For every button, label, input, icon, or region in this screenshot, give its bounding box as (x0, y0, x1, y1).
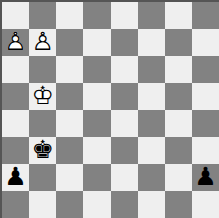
square-f5[interactable] (138, 83, 165, 110)
chess-board-frame: ♟♙♟♙♚♔♚♟♟ (0, 0, 219, 218)
square-d3[interactable] (83, 137, 110, 164)
black-pawn-glyph: ♟ (2, 163, 29, 190)
square-a2[interactable]: ♟ (2, 164, 29, 191)
square-b3[interactable]: ♚ (29, 137, 56, 164)
square-f8[interactable] (138, 2, 165, 29)
square-c1[interactable] (56, 191, 83, 218)
square-c7[interactable] (56, 29, 83, 56)
white-king[interactable]: ♚♔ (29, 83, 56, 110)
square-h2[interactable]: ♟ (192, 164, 219, 191)
square-g4[interactable] (165, 110, 192, 137)
square-c2[interactable] (56, 164, 83, 191)
white-pawn-glyph: ♙ (2, 28, 29, 55)
square-b1[interactable] (29, 191, 56, 218)
square-f6[interactable] (138, 56, 165, 83)
square-e4[interactable] (111, 110, 138, 137)
square-a8[interactable] (2, 2, 29, 29)
black-pawn[interactable]: ♟ (192, 164, 219, 191)
square-b5[interactable]: ♚♔ (29, 83, 56, 110)
square-e7[interactable] (111, 29, 138, 56)
square-c4[interactable] (56, 110, 83, 137)
square-f2[interactable] (138, 164, 165, 191)
square-e6[interactable] (111, 56, 138, 83)
white-pawn-fill: ♟ (29, 28, 56, 55)
square-h6[interactable] (192, 56, 219, 83)
square-d7[interactable] (83, 29, 110, 56)
square-h8[interactable] (192, 2, 219, 29)
square-e2[interactable] (111, 164, 138, 191)
square-d5[interactable] (83, 83, 110, 110)
square-d1[interactable] (83, 191, 110, 218)
square-f3[interactable] (138, 137, 165, 164)
square-b2[interactable] (29, 164, 56, 191)
square-g2[interactable] (165, 164, 192, 191)
square-a5[interactable] (2, 83, 29, 110)
square-g3[interactable] (165, 137, 192, 164)
square-h7[interactable] (192, 29, 219, 56)
square-d8[interactable] (83, 2, 110, 29)
black-pawn-glyph: ♟ (192, 163, 219, 190)
black-king-glyph: ♚ (29, 136, 56, 163)
square-g5[interactable] (165, 83, 192, 110)
square-f1[interactable] (138, 191, 165, 218)
square-d6[interactable] (83, 56, 110, 83)
square-d4[interactable] (83, 110, 110, 137)
square-h1[interactable] (192, 191, 219, 218)
square-g7[interactable] (165, 29, 192, 56)
square-a3[interactable] (2, 137, 29, 164)
square-a1[interactable] (2, 191, 29, 218)
square-b8[interactable] (29, 2, 56, 29)
square-e3[interactable] (111, 137, 138, 164)
square-b6[interactable] (29, 56, 56, 83)
square-a4[interactable] (2, 110, 29, 137)
square-g6[interactable] (165, 56, 192, 83)
white-pawn[interactable]: ♟♙ (29, 29, 56, 56)
square-h3[interactable] (192, 137, 219, 164)
square-g1[interactable] (165, 191, 192, 218)
black-king[interactable]: ♚ (29, 137, 56, 164)
square-d2[interactable] (83, 164, 110, 191)
square-e8[interactable] (111, 2, 138, 29)
square-b7[interactable]: ♟♙ (29, 29, 56, 56)
white-pawn-fill: ♟ (2, 28, 29, 55)
square-c5[interactable] (56, 83, 83, 110)
square-g8[interactable] (165, 2, 192, 29)
square-f4[interactable] (138, 110, 165, 137)
square-b4[interactable] (29, 110, 56, 137)
square-c3[interactable] (56, 137, 83, 164)
white-king-glyph: ♔ (29, 82, 56, 109)
white-king-fill: ♚ (29, 82, 56, 109)
square-a7[interactable]: ♟♙ (2, 29, 29, 56)
square-e1[interactable] (111, 191, 138, 218)
black-pawn[interactable]: ♟ (2, 164, 29, 191)
square-a6[interactable] (2, 56, 29, 83)
white-pawn-glyph: ♙ (29, 28, 56, 55)
square-h5[interactable] (192, 83, 219, 110)
square-f7[interactable] (138, 29, 165, 56)
white-pawn[interactable]: ♟♙ (2, 29, 29, 56)
chess-board: ♟♙♟♙♚♔♚♟♟ (2, 2, 219, 218)
square-c6[interactable] (56, 56, 83, 83)
square-e5[interactable] (111, 83, 138, 110)
square-h4[interactable] (192, 110, 219, 137)
square-c8[interactable] (56, 2, 83, 29)
